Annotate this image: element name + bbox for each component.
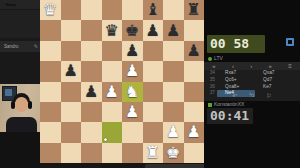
square-f5[interactable] — [143, 61, 164, 81]
black-move[interactable]: Ke7 — [255, 84, 293, 91]
takeback-icon[interactable]: ↶ — [232, 92, 237, 99]
square-e1[interactable] — [122, 143, 143, 163]
square-f7[interactable]: ♟ — [143, 20, 164, 40]
square-a3[interactable] — [40, 102, 61, 122]
square-c4[interactable]: ♟ — [81, 82, 102, 102]
black-pawn-g7: ♟ — [166, 23, 180, 39]
square-a6[interactable] — [40, 41, 61, 61]
last-move-icon[interactable]: » — [269, 62, 272, 70]
square-d5[interactable] — [102, 61, 123, 81]
white-move[interactable]: Rxa7 — [217, 70, 255, 77]
square-g5[interactable] — [163, 61, 184, 81]
edit-pencil-icon[interactable]: ✎ — [34, 41, 38, 52]
square-c5[interactable] — [81, 61, 102, 81]
first-move-icon[interactable]: « — [212, 62, 215, 70]
move-row: 34Rxa7Qxa7 — [204, 70, 300, 77]
square-b8[interactable] — [61, 0, 82, 20]
white-queen-a8: ♛ — [43, 2, 57, 18]
player-top-name: LTV — [214, 55, 223, 61]
streamer-shoulders — [6, 117, 37, 132]
square-f4[interactable] — [143, 82, 164, 102]
square-g6[interactable] — [163, 41, 184, 61]
square-f1[interactable]: ♜ — [143, 143, 164, 163]
square-e6[interactable]: ♟ — [122, 41, 143, 61]
square-d1[interactable] — [102, 143, 123, 163]
square-c8[interactable] — [81, 0, 102, 20]
black-bishop-f8: ♝ — [146, 2, 160, 18]
move-row: 35Qc6+Qd7 — [204, 77, 300, 84]
clock-top: 00 58 — [207, 35, 265, 53]
square-g4[interactable] — [163, 82, 184, 102]
square-c7[interactable] — [81, 20, 102, 40]
move-row: 36Qxa8+Ke7 — [204, 84, 300, 91]
square-a4[interactable] — [40, 82, 61, 102]
square-d4[interactable]: ♟ — [102, 82, 123, 102]
clock-bottom: 00:41 — [207, 108, 253, 124]
square-d8[interactable] — [102, 0, 123, 20]
square-d7[interactable]: ♛ — [102, 20, 123, 40]
square-b2[interactable] — [61, 122, 82, 142]
square-f3[interactable] — [143, 102, 164, 122]
square-b1[interactable] — [61, 143, 82, 163]
square-c6[interactable] — [81, 41, 102, 61]
square-e5[interactable]: ♟ — [122, 61, 143, 81]
draw-offer-icon[interactable]: ½ — [249, 92, 254, 99]
black-pawn-b5: ♟ — [64, 63, 78, 79]
headphone-cup-left — [11, 101, 15, 109]
square-a5[interactable] — [40, 61, 61, 81]
board-bottom-bar — [40, 163, 212, 168]
square-h7[interactable] — [184, 20, 205, 40]
square-g2[interactable]: ♟ — [163, 122, 184, 142]
black-pawn-c4: ♟ — [84, 84, 98, 100]
move-number: 35 — [204, 77, 217, 84]
square-g1[interactable]: ♚ — [163, 143, 184, 163]
sidebar-panel — [0, 10, 40, 38]
white-knight-e4: ♞ — [125, 84, 139, 100]
square-b6[interactable] — [61, 41, 82, 61]
resign-icon[interactable]: ⚐ — [266, 92, 271, 99]
square-a7[interactable] — [40, 20, 61, 40]
chess-board: ♛♝♜♛♚♟♟♟♟♟♟♟♟♞♟♟♟♜♚ — [40, 0, 204, 163]
square-c3[interactable] — [81, 102, 102, 122]
white-move[interactable]: Qxa8+ — [217, 84, 255, 91]
white-pawn-d4: ♟ — [105, 84, 119, 100]
black-pawn-e6: ♟ — [125, 43, 139, 59]
white-pawn-e5: ♟ — [125, 63, 139, 79]
headphone-cup-right — [28, 101, 32, 109]
black-rook-h8: ♜ — [187, 2, 201, 18]
move-nav-bar: «‹›»≡ — [204, 62, 300, 70]
square-h2[interactable]: ♟ — [184, 122, 205, 142]
board-bottom-pill — [145, 164, 211, 168]
white-pawn-g2: ♟ — [166, 124, 180, 140]
black-move[interactable]: Qxa7 — [255, 70, 293, 77]
move-number: 36 — [204, 84, 217, 91]
app-window: · Samy Sandro ✎ ♛♝♜♛♚♟♟♟♟♟♟♟♟♞♟♟♟♜♚ 00 5… — [0, 0, 300, 168]
black-pawn-h6: ♟ — [187, 43, 201, 59]
square-c2[interactable] — [81, 122, 102, 142]
white-pawn-e3: ♟ — [125, 104, 139, 120]
game-panel: 00 58 LTV «‹›»≡ 34Rxa7Qxa735Qc6+Qd736Qxa… — [204, 0, 300, 168]
white-king-g1: ♚ — [166, 145, 180, 161]
square-a8[interactable]: ♛ — [40, 0, 61, 20]
player-marker-icon — [208, 103, 212, 107]
square-b5[interactable]: ♟ — [61, 61, 82, 81]
square-g3[interactable] — [163, 102, 184, 122]
square-d6[interactable] — [102, 41, 123, 61]
square-f2[interactable] — [143, 122, 164, 142]
menu-icon[interactable]: ≡ — [288, 62, 292, 70]
white-pawn-h2: ♟ — [187, 124, 201, 140]
square-h5[interactable] — [184, 61, 205, 81]
square-a2[interactable] — [40, 122, 61, 142]
square-b3[interactable] — [61, 102, 82, 122]
square-b7[interactable] — [61, 20, 82, 40]
mouse-cursor-dot — [104, 138, 107, 141]
square-a1[interactable] — [40, 143, 61, 163]
next-move-icon[interactable]: › — [250, 62, 252, 70]
black-king-e7: ♚ — [125, 23, 139, 39]
player-bottom[interactable]: KonstantinXX — [208, 100, 244, 108]
square-d2[interactable] — [102, 122, 123, 142]
square-g7[interactable]: ♟ — [163, 20, 184, 40]
prev-move-icon[interactable]: ‹ — [232, 62, 234, 70]
square-h6[interactable]: ♟ — [184, 41, 205, 61]
player-top[interactable]: LTV — [208, 54, 223, 62]
black-queen-d7: ♛ — [105, 23, 119, 39]
white-move[interactable]: Qc6+ — [217, 77, 255, 84]
square-e4[interactable]: ♞ — [122, 82, 143, 102]
square-c1[interactable] — [81, 143, 102, 163]
square-e3[interactable]: ♟ — [122, 102, 143, 122]
sidebar-bottom-fill — [0, 132, 40, 168]
online-dot-icon — [208, 57, 212, 61]
square-b4[interactable] — [61, 82, 82, 102]
white-rook-f1: ♜ — [146, 145, 160, 161]
game-action-bar: ↶½⚐ — [204, 92, 300, 99]
square-g8[interactable] — [163, 0, 184, 20]
sidebar-item-sandro[interactable]: Sandro ✎ — [0, 41, 40, 52]
move-number: 34 — [204, 70, 217, 77]
black-move[interactable]: Qd7 — [255, 77, 293, 84]
square-f8[interactable]: ♝ — [143, 0, 164, 20]
square-h3[interactable] — [184, 102, 205, 122]
black-pawn-f7: ♟ — [146, 23, 160, 39]
square-e2[interactable] — [122, 122, 143, 142]
square-h1[interactable] — [184, 143, 205, 163]
square-e7[interactable]: ♚ — [122, 20, 143, 40]
blue-expand-icon[interactable] — [286, 38, 294, 46]
square-d3[interactable] — [102, 102, 123, 122]
sidebar-header: · Samy — [0, 0, 40, 9]
player-bottom-name: KonstantinXX — [214, 101, 244, 107]
square-e8[interactable] — [122, 0, 143, 20]
sidebar-item-label: Sandro — [4, 44, 19, 49]
square-h4[interactable] — [184, 82, 205, 102]
square-f6[interactable] — [143, 41, 164, 61]
streamer-face — [15, 97, 28, 112]
square-h8[interactable]: ♜ — [184, 0, 205, 20]
streamer-webcam — [0, 84, 40, 132]
